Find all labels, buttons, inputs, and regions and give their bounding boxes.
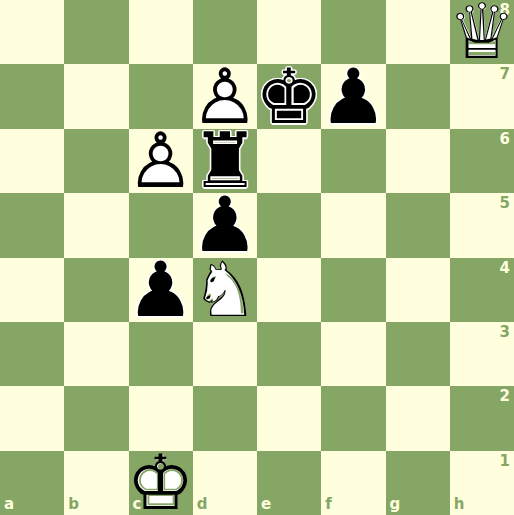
square-c4[interactable]: ♟ — [129, 258, 193, 322]
square-f5[interactable] — [321, 193, 385, 257]
white-queen[interactable]: ♛♕ — [450, 0, 514, 64]
white-pawn[interactable]: ♟♙ — [129, 129, 193, 193]
square-a8[interactable] — [0, 0, 64, 64]
white-knight[interactable]: ♞♘ — [193, 258, 257, 322]
file-label-d: d — [197, 497, 208, 512]
square-e1[interactable]: e — [257, 451, 321, 515]
chess-board: 8♛♕♟♙♚♟7♟♙♜6♟5♟♞♘432abc♚♔defgh1 — [0, 0, 514, 515]
rank-label-1: 1 — [500, 454, 510, 469]
square-f4[interactable] — [321, 258, 385, 322]
square-f3[interactable] — [321, 322, 385, 386]
black-pawn[interactable]: ♟ — [129, 258, 193, 322]
square-e7[interactable]: ♚ — [257, 64, 321, 128]
square-a5[interactable] — [0, 193, 64, 257]
square-a6[interactable] — [0, 129, 64, 193]
file-label-e: e — [261, 497, 271, 512]
rank-label-2: 2 — [500, 389, 510, 404]
square-b4[interactable] — [64, 258, 128, 322]
white-king-outline-glyph: ♔ — [129, 451, 193, 515]
square-a4[interactable] — [0, 258, 64, 322]
square-b7[interactable] — [64, 64, 128, 128]
square-h8[interactable]: 8♛♕ — [450, 0, 514, 64]
black-pawn-glyph: ♟ — [129, 258, 193, 322]
square-a2[interactable] — [0, 386, 64, 450]
black-pawn-glyph: ♟ — [321, 64, 385, 128]
rank-label-3: 3 — [500, 325, 510, 340]
file-label-b: b — [68, 497, 79, 512]
square-f7[interactable]: ♟ — [321, 64, 385, 128]
square-g4[interactable] — [386, 258, 450, 322]
square-a1[interactable]: a — [0, 451, 64, 515]
square-b3[interactable] — [64, 322, 128, 386]
square-g2[interactable] — [386, 386, 450, 450]
black-king-glyph: ♚ — [257, 64, 321, 128]
white-pawn-outline-glyph: ♙ — [129, 129, 193, 193]
square-e5[interactable] — [257, 193, 321, 257]
square-h3[interactable]: 3 — [450, 322, 514, 386]
square-g3[interactable] — [386, 322, 450, 386]
square-b2[interactable] — [64, 386, 128, 450]
square-g8[interactable] — [386, 0, 450, 64]
square-d2[interactable] — [193, 386, 257, 450]
square-h5[interactable]: 5 — [450, 193, 514, 257]
square-a3[interactable] — [0, 322, 64, 386]
square-f1[interactable]: f — [321, 451, 385, 515]
square-b8[interactable] — [64, 0, 128, 64]
square-d1[interactable]: d — [193, 451, 257, 515]
rank-label-5: 5 — [500, 196, 510, 211]
file-label-h: h — [454, 497, 465, 512]
square-b6[interactable] — [64, 129, 128, 193]
square-h1[interactable]: h1 — [450, 451, 514, 515]
white-queen-outline-glyph: ♕ — [450, 0, 514, 64]
square-h2[interactable]: 2 — [450, 386, 514, 450]
black-king[interactable]: ♚ — [257, 64, 321, 128]
square-c6[interactable]: ♟♙ — [129, 129, 193, 193]
square-h4[interactable]: 4 — [450, 258, 514, 322]
square-g1[interactable]: g — [386, 451, 450, 515]
square-h6[interactable]: 6 — [450, 129, 514, 193]
black-pawn[interactable]: ♟ — [321, 64, 385, 128]
square-g5[interactable] — [386, 193, 450, 257]
square-c8[interactable] — [129, 0, 193, 64]
square-g7[interactable] — [386, 64, 450, 128]
square-a7[interactable] — [0, 64, 64, 128]
square-b5[interactable] — [64, 193, 128, 257]
file-label-a: a — [4, 497, 14, 512]
square-f2[interactable] — [321, 386, 385, 450]
file-label-g: g — [390, 497, 401, 512]
square-g6[interactable] — [386, 129, 450, 193]
white-king[interactable]: ♚♔ — [129, 451, 193, 515]
square-b1[interactable]: b — [64, 451, 128, 515]
white-knight-outline-glyph: ♘ — [193, 258, 257, 322]
file-label-f: f — [325, 497, 332, 512]
square-e2[interactable] — [257, 386, 321, 450]
rank-label-4: 4 — [500, 261, 510, 276]
rank-label-6: 6 — [500, 132, 510, 147]
square-e4[interactable] — [257, 258, 321, 322]
square-d4[interactable]: ♞♘ — [193, 258, 257, 322]
square-c1[interactable]: c♚♔ — [129, 451, 193, 515]
square-e3[interactable] — [257, 322, 321, 386]
